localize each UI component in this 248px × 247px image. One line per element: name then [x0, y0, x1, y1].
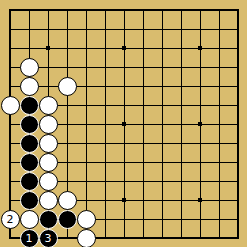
stones-layer: 213 — [1, 1, 248, 247]
stone-white[interactable] — [20, 58, 39, 77]
stone-white[interactable] — [39, 172, 58, 191]
stone-white[interactable] — [58, 77, 77, 96]
stone-white[interactable] — [39, 115, 58, 134]
stone-black[interactable] — [20, 172, 39, 191]
move-number-label: 1 — [26, 233, 33, 244]
stone-black[interactable]: 3 — [39, 229, 58, 247]
stone-white[interactable] — [39, 153, 58, 172]
stone-white[interactable] — [1, 96, 20, 115]
stone-black[interactable] — [20, 134, 39, 153]
stone-white[interactable] — [20, 210, 39, 229]
stone-white[interactable] — [39, 134, 58, 153]
stone-black[interactable] — [58, 210, 77, 229]
stone-white[interactable] — [20, 77, 39, 96]
stone-black[interactable]: 1 — [20, 229, 39, 247]
stone-black[interactable] — [39, 210, 58, 229]
stone-white[interactable] — [77, 210, 96, 229]
stone-black[interactable] — [20, 115, 39, 134]
stone-white[interactable] — [77, 229, 96, 247]
stone-black[interactable] — [20, 191, 39, 210]
stone-black[interactable] — [20, 153, 39, 172]
stone-white[interactable] — [58, 191, 77, 210]
stone-white[interactable] — [39, 96, 58, 115]
stone-black[interactable] — [20, 96, 39, 115]
move-number-label: 2 — [7, 214, 14, 225]
go-board[interactable]: 213 — [0, 0, 247, 247]
stone-white[interactable] — [39, 191, 58, 210]
move-number-label: 3 — [45, 233, 52, 244]
stone-white[interactable]: 2 — [1, 210, 20, 229]
